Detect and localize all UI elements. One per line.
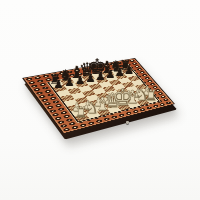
chess-board: [0, 0, 200, 200]
board-face: [22, 58, 175, 134]
square-h1: [145, 97, 158, 104]
clasp-latch-icon: [126, 121, 129, 123]
photo-canvas: ♜♞♝♛♚♝♞♜♟♟♟♟♟♟♟♟♟♟♟♟♟♟♟♟♜♞♝♛♚♝♞♜: [0, 0, 200, 200]
